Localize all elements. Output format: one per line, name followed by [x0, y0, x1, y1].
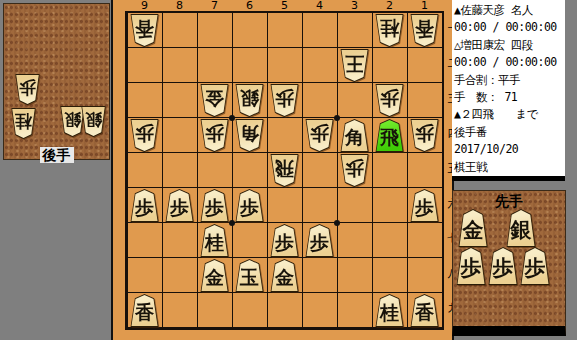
piece-kanji: 香	[129, 14, 160, 47]
piece-kanji: 歩	[519, 247, 551, 285]
piece-kanji: 香	[409, 14, 440, 47]
piece-kanji: 銀	[80, 106, 107, 137]
gote-clock: 00:00 / 00:00:00	[454, 54, 565, 71]
piece-kanji: 王	[339, 49, 370, 82]
piece-kanji: 飛	[374, 119, 405, 152]
piece-gote-pawn[interactable]: 歩	[199, 119, 230, 152]
piece-gote-pawn[interactable]: 歩	[269, 84, 300, 117]
piece-sente-pawn[interactable]: 歩	[164, 189, 195, 222]
sente-clock: 00:00 / 00:00:00	[454, 19, 565, 36]
piece-sente-pawn[interactable]: 歩	[455, 247, 487, 285]
piece-gote-king[interactable]: 王	[339, 49, 370, 82]
piece-sente-king[interactable]: 玉	[234, 259, 265, 292]
piece-sente-lance[interactable]: 香	[409, 294, 440, 327]
sente-piece-stand: 先手 金銀歩歩歩	[452, 190, 566, 336]
move-count-line: 手 数： 71	[454, 89, 565, 106]
piece-kanji: 歩	[339, 154, 370, 187]
piece-kanji: 香	[129, 294, 160, 327]
piece-sente-pawn[interactable]: 歩	[269, 224, 300, 257]
piece-sente-gold[interactable]: 金	[199, 259, 230, 292]
piece-kanji: 角	[234, 119, 265, 152]
piece-kanji: 歩	[374, 84, 405, 117]
piece-kanji: 金	[457, 209, 489, 247]
piece-kanji: 金	[199, 259, 230, 292]
turn-line: 後手番	[454, 124, 565, 141]
piece-kanji: 歩	[269, 224, 300, 257]
piece-kanji: 歩	[14, 74, 41, 105]
piece-kanji: 歩	[409, 119, 440, 152]
piece-gote-pawn[interactable]: 歩	[374, 84, 405, 117]
board-panel: 987654321 一二三四五六七八九 香桂香王金銀歩歩歩歩角歩角飛歩飛歩歩歩歩…	[111, 0, 454, 340]
piece-kanji: 金	[199, 84, 230, 117]
piece-kanji: 飛	[269, 154, 300, 187]
piece-gote-rook[interactable]: 飛	[269, 154, 300, 187]
gote-piece-stand: 後手 歩桂銀銀	[3, 3, 110, 160]
piece-sente-gold[interactable]: 金	[269, 259, 300, 292]
piece-kanji: 桂	[374, 294, 405, 327]
piece-sente-pawn[interactable]: 歩	[199, 189, 230, 222]
piece-kanji: 歩	[304, 119, 335, 152]
event-line: 棋王戦	[454, 159, 565, 176]
date-line: 2017/10/20	[454, 141, 565, 158]
piece-kanji: 玉	[234, 259, 265, 292]
kifu-viewer: { "game": "shogi", "position": { "sfen":…	[0, 0, 577, 340]
piece-kanji: 歩	[199, 189, 230, 222]
sente-player-name: ▲佐藤天彦 名人	[454, 2, 565, 19]
piece-sente-pawn[interactable]: 歩	[129, 189, 160, 222]
piece-kanji: 桂	[199, 224, 230, 257]
piece-kanji: 銀	[234, 84, 265, 117]
piece-gote-knight[interactable]: 桂	[374, 14, 405, 47]
piece-gote-pawn[interactable]: 歩	[339, 154, 370, 187]
handicap-line: 手合割：平手	[454, 72, 565, 89]
piece-kanji: 歩	[304, 224, 335, 257]
piece-sente-bishop[interactable]: 角	[339, 119, 370, 152]
gote-tray-label: 後手	[40, 147, 74, 163]
piece-kanji: 金	[269, 259, 300, 292]
piece-sente-lance[interactable]: 香	[129, 294, 160, 327]
piece-sente-pawn[interactable]: 歩	[487, 247, 519, 285]
piece-kanji: 歩	[199, 119, 230, 152]
piece-kanji: 歩	[487, 247, 519, 285]
piece-kanji: 角	[339, 119, 370, 152]
piece-sente-knight[interactable]: 桂	[199, 224, 230, 257]
piece-kanji: 香	[409, 294, 440, 327]
piece-sente-pawn[interactable]: 歩	[304, 224, 335, 257]
gote-player-name: △増田康宏 四段	[454, 37, 565, 54]
piece-kanji: 歩	[164, 189, 195, 222]
piece-gote-pawn[interactable]: 歩	[129, 119, 160, 152]
piece-kanji: 桂	[10, 108, 37, 139]
piece-kanji: 歩	[234, 189, 265, 222]
piece-sente-rook[interactable]: 飛	[374, 119, 405, 152]
piece-gote-lance[interactable]: 香	[129, 14, 160, 47]
piece-kanji: 歩	[455, 247, 487, 285]
last-move-line: ▲２四飛 まで	[454, 106, 565, 123]
piece-sente-pawn[interactable]: 歩	[234, 189, 265, 222]
board-grid[interactable]: 香桂香王金銀歩歩歩歩角歩角飛歩飛歩歩歩歩歩歩桂歩歩金玉金香桂香	[125, 11, 444, 330]
piece-kanji: 歩	[269, 84, 300, 117]
piece-gote-silver[interactable]: 銀	[234, 84, 265, 117]
piece-gote-lance[interactable]: 香	[409, 14, 440, 47]
piece-sente-silver[interactable]: 銀	[505, 209, 537, 247]
sente-tray-label: 先手	[495, 193, 523, 209]
game-info-panel: ▲佐藤天彦 名人 00:00 / 00:00:00 △増田康宏 四段 00:00…	[452, 0, 565, 181]
piece-sente-knight[interactable]: 桂	[374, 294, 405, 327]
piece-kanji: 歩	[409, 189, 440, 222]
piece-kanji: 桂	[374, 14, 405, 47]
piece-kanji: 歩	[129, 119, 160, 152]
piece-sente-pawn[interactable]: 歩	[409, 189, 440, 222]
piece-sente-gold[interactable]: 金	[457, 209, 489, 247]
piece-gote-pawn[interactable]: 歩	[14, 74, 41, 105]
piece-kanji: 銀	[505, 209, 537, 247]
piece-gote-knight[interactable]: 桂	[10, 108, 37, 139]
piece-gote-silver[interactable]: 銀	[80, 106, 107, 137]
piece-gote-pawn[interactable]: 歩	[304, 119, 335, 152]
piece-sente-pawn[interactable]: 歩	[519, 247, 551, 285]
piece-gote-gold[interactable]: 金	[199, 84, 230, 117]
piece-gote-pawn[interactable]: 歩	[409, 119, 440, 152]
piece-kanji: 歩	[129, 189, 160, 222]
piece-gote-bishop[interactable]: 角	[234, 119, 265, 152]
